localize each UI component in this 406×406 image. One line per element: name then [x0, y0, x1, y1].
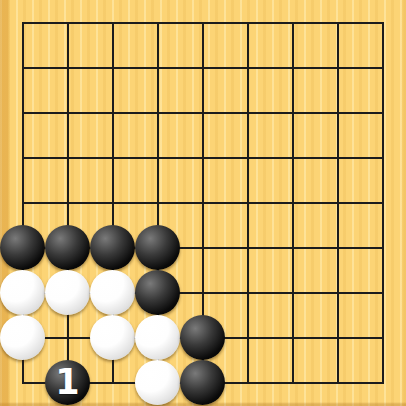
black-stone	[180, 315, 225, 360]
black-stone	[0, 225, 45, 270]
black-stone	[135, 270, 180, 315]
white-stone	[0, 270, 45, 315]
white-stone	[90, 270, 135, 315]
grid-line-vertical-7	[292, 22, 294, 384]
white-stone	[135, 360, 180, 405]
grid-line-horizontal-5	[22, 202, 384, 204]
white-stone	[90, 315, 135, 360]
black-stone	[45, 360, 90, 405]
white-stone	[0, 315, 45, 360]
grid-line-vertical-8	[337, 22, 339, 384]
white-stone	[135, 315, 180, 360]
black-stone	[90, 225, 135, 270]
black-stone	[135, 225, 180, 270]
black-stone	[45, 225, 90, 270]
grid-line-vertical-9	[382, 22, 384, 384]
white-stone	[45, 270, 90, 315]
grid-line-vertical-6	[247, 22, 249, 384]
go-board-app: 1	[0, 0, 406, 406]
black-stone	[180, 360, 225, 405]
